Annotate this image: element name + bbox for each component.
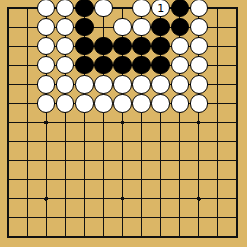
white-stone[interactable] (171, 56, 189, 74)
black-stone[interactable] (75, 56, 93, 74)
white-stone[interactable] (56, 94, 74, 112)
black-stone[interactable] (151, 18, 169, 36)
black-stone[interactable] (151, 37, 169, 55)
white-stone[interactable] (75, 75, 93, 93)
white-stone[interactable] (132, 18, 150, 36)
black-stone[interactable] (94, 56, 112, 74)
black-stone[interactable] (94, 37, 112, 55)
go-diagram: 1 (0, 0, 247, 247)
white-stone[interactable] (132, 75, 150, 93)
black-stone[interactable] (75, 0, 93, 17)
white-stone[interactable] (132, 94, 150, 112)
black-stone[interactable] (75, 18, 93, 36)
white-stone[interactable] (37, 37, 55, 55)
white-stone[interactable] (190, 18, 208, 36)
white-stone[interactable] (151, 94, 169, 112)
go-board[interactable]: 1 (0, 0, 246, 246)
white-stone[interactable] (171, 37, 189, 55)
white-stone[interactable] (190, 0, 208, 17)
white-stone[interactable] (37, 75, 55, 93)
move-number-label: 1 (157, 3, 164, 14)
white-stone[interactable] (190, 37, 208, 55)
white-stone[interactable] (37, 0, 55, 17)
white-stone[interactable] (94, 0, 112, 17)
white-stone[interactable] (75, 94, 93, 112)
white-stone[interactable] (113, 75, 131, 93)
white-stone[interactable] (37, 18, 55, 36)
black-stone[interactable] (75, 37, 93, 55)
black-stone[interactable] (132, 37, 150, 55)
black-stone[interactable] (113, 37, 131, 55)
black-stone[interactable] (171, 0, 189, 17)
white-stone[interactable] (37, 94, 55, 112)
black-stone[interactable] (171, 18, 189, 36)
white-stone[interactable] (94, 94, 112, 112)
white-stone[interactable] (56, 56, 74, 74)
black-stone[interactable] (132, 56, 150, 74)
white-stone[interactable] (190, 56, 208, 74)
white-stone[interactable] (56, 37, 74, 55)
white-stone[interactable] (171, 94, 189, 112)
white-stone[interactable] (113, 18, 131, 36)
white-stone[interactable] (37, 56, 55, 74)
white-stone[interactable] (113, 94, 131, 112)
white-stone[interactable] (151, 75, 169, 93)
white-stone-move-1[interactable]: 1 (151, 0, 169, 17)
white-stone[interactable] (56, 18, 74, 36)
white-stone[interactable] (190, 75, 208, 93)
black-stone[interactable] (151, 56, 169, 74)
white-stone[interactable] (132, 0, 150, 17)
white-stone[interactable] (56, 0, 74, 17)
white-stone[interactable] (190, 94, 208, 112)
black-stone[interactable] (113, 56, 131, 74)
white-stone[interactable] (94, 75, 112, 93)
white-stone[interactable] (171, 75, 189, 93)
white-stone[interactable] (56, 75, 74, 93)
